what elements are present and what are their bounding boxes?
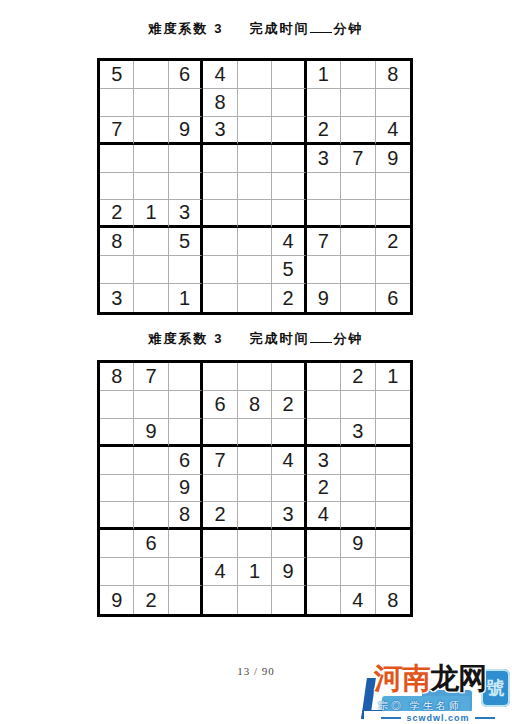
puzzle2-title: 难度系数 3完成时间分钟 bbox=[0, 330, 512, 348]
p1-cell-r1c2 bbox=[134, 61, 168, 89]
p1-cell-r9c8 bbox=[341, 284, 375, 312]
p1-cell-r3c2 bbox=[134, 117, 168, 145]
p1-cell-r2c7 bbox=[307, 89, 341, 117]
p2-cell-r3c2: 9 bbox=[134, 419, 168, 447]
p1-cell-r4c4 bbox=[203, 145, 237, 173]
p2-cell-r8c1 bbox=[100, 558, 134, 586]
p1-cell-r4c1 bbox=[100, 145, 134, 173]
p1-cell-r1c4: 4 bbox=[203, 61, 237, 89]
p1-cell-r6c1: 2 bbox=[100, 200, 134, 228]
p2-cell-r6c5 bbox=[238, 502, 272, 530]
p1-cell-r2c9 bbox=[376, 89, 410, 117]
p2-cell-r4c5 bbox=[238, 447, 272, 475]
p2-cell-r9c7 bbox=[307, 586, 341, 614]
p2-cell-r2c1 bbox=[100, 391, 134, 419]
p1-cell-r9c3: 1 bbox=[169, 284, 203, 312]
p1-cell-r7c6: 4 bbox=[272, 228, 306, 256]
p1-cell-r1c3: 6 bbox=[169, 61, 203, 89]
p1-cell-r9c4 bbox=[203, 284, 237, 312]
p1-cell-r4c5 bbox=[238, 145, 272, 173]
p2-cell-r9c5 bbox=[238, 586, 272, 614]
p2-cell-r3c4 bbox=[203, 419, 237, 447]
p1-cell-r5c9 bbox=[376, 173, 410, 201]
sudoku-grid-1: 5641887932437921385472531296 bbox=[97, 58, 413, 315]
p2-cell-r2c9 bbox=[376, 391, 410, 419]
p1-cell-r8c1 bbox=[100, 256, 134, 284]
minutes-label-2: 分钟 bbox=[333, 331, 363, 346]
worksheet-page: 难度系数 3完成时间分钟 564188793243792138547253129… bbox=[0, 0, 512, 724]
p1-cell-r1c1: 5 bbox=[100, 61, 134, 89]
p2-cell-r8c4: 4 bbox=[203, 558, 237, 586]
p2-cell-r3c6 bbox=[272, 419, 306, 447]
minutes-label-1: 分钟 bbox=[333, 21, 363, 36]
p1-cell-r9c1: 3 bbox=[100, 284, 134, 312]
p1-cell-r3c9: 4 bbox=[376, 117, 410, 145]
p2-cell-r3c5 bbox=[238, 419, 272, 447]
p1-cell-r9c9: 6 bbox=[376, 284, 410, 312]
p1-cell-r8c9 bbox=[376, 256, 410, 284]
p2-cell-r8c7 bbox=[307, 558, 341, 586]
p1-cell-r3c5 bbox=[238, 117, 272, 145]
p2-cell-r1c2: 7 bbox=[134, 363, 168, 391]
p2-cell-r1c9: 1 bbox=[376, 363, 410, 391]
p2-cell-r7c4 bbox=[203, 530, 237, 558]
p2-cell-r2c5: 8 bbox=[238, 391, 272, 419]
p2-cell-r2c6: 2 bbox=[272, 391, 306, 419]
p2-cell-r1c5 bbox=[238, 363, 272, 391]
p1-cell-r8c3 bbox=[169, 256, 203, 284]
p1-cell-r2c6 bbox=[272, 89, 306, 117]
p1-cell-r5c3 bbox=[169, 173, 203, 201]
p2-cell-r8c6: 9 bbox=[272, 558, 306, 586]
p1-cell-r4c2 bbox=[134, 145, 168, 173]
p2-cell-r3c8: 3 bbox=[341, 419, 375, 447]
p1-cell-r7c9: 2 bbox=[376, 228, 410, 256]
time-label-2: 完成时间 bbox=[249, 331, 309, 346]
p1-cell-r5c1 bbox=[100, 173, 134, 201]
p1-cell-r7c7: 7 bbox=[307, 228, 341, 256]
p1-cell-r1c6 bbox=[272, 61, 306, 89]
p1-cell-r5c2 bbox=[134, 173, 168, 201]
p2-cell-r2c7 bbox=[307, 391, 341, 419]
p1-cell-r4c9: 9 bbox=[376, 145, 410, 173]
p2-cell-r5c6 bbox=[272, 475, 306, 503]
p2-cell-r5c8 bbox=[341, 475, 375, 503]
dash-line bbox=[381, 717, 401, 719]
p1-cell-r9c5 bbox=[238, 284, 272, 312]
p2-cell-r4c1 bbox=[100, 447, 134, 475]
p2-cell-r3c3 bbox=[169, 419, 203, 447]
p2-cell-r9c1: 9 bbox=[100, 586, 134, 614]
dash-line bbox=[475, 717, 495, 719]
p2-cell-r3c1 bbox=[100, 419, 134, 447]
p2-cell-r5c3: 9 bbox=[169, 475, 203, 503]
p2-cell-r9c4 bbox=[203, 586, 237, 614]
p1-cell-r8c8 bbox=[341, 256, 375, 284]
p1-cell-r2c3 bbox=[169, 89, 203, 117]
p1-cell-r8c5 bbox=[238, 256, 272, 284]
p1-cell-r6c6 bbox=[272, 200, 306, 228]
p2-cell-r8c8 bbox=[341, 558, 375, 586]
p2-cell-r6c4: 2 bbox=[203, 502, 237, 530]
p1-cell-r4c7: 3 bbox=[307, 145, 341, 173]
p2-cell-r1c1: 8 bbox=[100, 363, 134, 391]
p1-cell-r6c8 bbox=[341, 200, 375, 228]
p2-cell-r5c7: 2 bbox=[307, 475, 341, 503]
p2-cell-r7c7 bbox=[307, 530, 341, 558]
p1-cell-r8c4 bbox=[203, 256, 237, 284]
p1-cell-r1c9: 8 bbox=[376, 61, 410, 89]
time-label-1: 完成时间 bbox=[249, 21, 309, 36]
p1-cell-r4c8: 7 bbox=[341, 145, 375, 173]
p1-cell-r2c2 bbox=[134, 89, 168, 117]
p1-cell-r8c2 bbox=[134, 256, 168, 284]
watermark-brand-secondary: 龙网 bbox=[430, 662, 486, 694]
p2-cell-r6c7: 4 bbox=[307, 502, 341, 530]
p2-cell-r8c2 bbox=[134, 558, 168, 586]
p1-cell-r2c1 bbox=[100, 89, 134, 117]
p2-cell-r6c1 bbox=[100, 502, 134, 530]
p2-cell-r1c4 bbox=[203, 363, 237, 391]
p2-cell-r3c9 bbox=[376, 419, 410, 447]
p2-cell-r4c2 bbox=[134, 447, 168, 475]
p1-cell-r8c7 bbox=[307, 256, 341, 284]
p1-cell-r3c1: 7 bbox=[100, 117, 134, 145]
p2-cell-r7c5 bbox=[238, 530, 272, 558]
p1-cell-r6c9 bbox=[376, 200, 410, 228]
p1-cell-r9c6: 2 bbox=[272, 284, 306, 312]
p2-cell-r7c8: 9 bbox=[341, 530, 375, 558]
puzzle1-title: 难度系数 3完成时间分钟 bbox=[0, 20, 512, 38]
p2-cell-r5c9 bbox=[376, 475, 410, 503]
p1-cell-r3c7: 2 bbox=[307, 117, 341, 145]
p2-cell-r4c3: 6 bbox=[169, 447, 203, 475]
p2-cell-r5c5 bbox=[238, 475, 272, 503]
p2-cell-r1c6 bbox=[272, 363, 306, 391]
p1-cell-r5c4 bbox=[203, 173, 237, 201]
p1-cell-r6c3: 3 bbox=[169, 200, 203, 228]
p1-cell-r6c5 bbox=[238, 200, 272, 228]
p1-cell-r4c3 bbox=[169, 145, 203, 173]
p2-cell-r5c1 bbox=[100, 475, 134, 503]
p2-cell-r2c3 bbox=[169, 391, 203, 419]
p1-cell-r2c5 bbox=[238, 89, 272, 117]
p1-cell-r3c6 bbox=[272, 117, 306, 145]
p1-cell-r6c4 bbox=[203, 200, 237, 228]
sudoku-grid-2: 8721682936743928234694199248 bbox=[97, 360, 413, 617]
p2-cell-r4c6: 4 bbox=[272, 447, 306, 475]
p2-cell-r2c2 bbox=[134, 391, 168, 419]
p2-cell-r2c8 bbox=[341, 391, 375, 419]
p2-cell-r9c3 bbox=[169, 586, 203, 614]
p2-cell-r4c4: 7 bbox=[203, 447, 237, 475]
p2-cell-r7c9 bbox=[376, 530, 410, 558]
p1-cell-r3c3: 9 bbox=[169, 117, 203, 145]
p1-cell-r1c7: 1 bbox=[307, 61, 341, 89]
p2-cell-r7c2: 6 bbox=[134, 530, 168, 558]
p2-cell-r5c2 bbox=[134, 475, 168, 503]
p2-cell-r7c1 bbox=[100, 530, 134, 558]
p2-cell-r3c7 bbox=[307, 419, 341, 447]
p1-cell-r1c8 bbox=[341, 61, 375, 89]
difficulty-label-1: 难度系数 3 bbox=[149, 21, 224, 36]
p2-cell-r9c8: 4 bbox=[341, 586, 375, 614]
p2-cell-r6c2 bbox=[134, 502, 168, 530]
p2-cell-r9c9: 8 bbox=[376, 586, 410, 614]
p1-cell-r5c7 bbox=[307, 173, 341, 201]
watermark-brand-primary: 河南 bbox=[374, 662, 430, 694]
p2-cell-r8c9 bbox=[376, 558, 410, 586]
time-blank-line-2 bbox=[310, 331, 332, 343]
p2-cell-r1c7 bbox=[307, 363, 341, 391]
p1-cell-r5c6 bbox=[272, 173, 306, 201]
watermark-site-url: scwdwl.com bbox=[406, 713, 469, 723]
p2-cell-r7c6 bbox=[272, 530, 306, 558]
p1-cell-r5c8 bbox=[341, 173, 375, 201]
p1-cell-r7c8 bbox=[341, 228, 375, 256]
p1-cell-r7c5 bbox=[238, 228, 272, 256]
time-blank-line-1 bbox=[310, 21, 332, 33]
p1-cell-r9c7: 9 bbox=[307, 284, 341, 312]
p2-cell-r9c2: 2 bbox=[134, 586, 168, 614]
p1-cell-r8c6: 5 bbox=[272, 256, 306, 284]
p1-cell-r3c8 bbox=[341, 117, 375, 145]
p2-cell-r8c3 bbox=[169, 558, 203, 586]
p2-cell-r2c4: 6 bbox=[203, 391, 237, 419]
p2-cell-r7c3 bbox=[169, 530, 203, 558]
watermark-site-band: scwdwl.com bbox=[364, 711, 512, 724]
p1-cell-r9c2 bbox=[134, 284, 168, 312]
watermark: 河南龙网 號 宗◎ 学生名师 scwdwl.com bbox=[364, 662, 512, 724]
p2-cell-r4c8 bbox=[341, 447, 375, 475]
p2-cell-r1c3 bbox=[169, 363, 203, 391]
p2-cell-r9c6 bbox=[272, 586, 306, 614]
p1-cell-r2c8 bbox=[341, 89, 375, 117]
p2-cell-r1c8: 2 bbox=[341, 363, 375, 391]
p2-cell-r6c9 bbox=[376, 502, 410, 530]
p2-cell-r5c4 bbox=[203, 475, 237, 503]
p1-cell-r6c7 bbox=[307, 200, 341, 228]
p2-cell-r8c5: 1 bbox=[238, 558, 272, 586]
p1-cell-r7c4 bbox=[203, 228, 237, 256]
p1-cell-r4c6 bbox=[272, 145, 306, 173]
p1-cell-r7c1: 8 bbox=[100, 228, 134, 256]
p1-cell-r2c4: 8 bbox=[203, 89, 237, 117]
p2-cell-r4c9 bbox=[376, 447, 410, 475]
p1-cell-r7c3: 5 bbox=[169, 228, 203, 256]
p1-cell-r5c5 bbox=[238, 173, 272, 201]
watermark-brand: 河南龙网 bbox=[374, 662, 486, 695]
p2-cell-r6c8 bbox=[341, 502, 375, 530]
p2-cell-r6c3: 8 bbox=[169, 502, 203, 530]
p2-cell-r4c7: 3 bbox=[307, 447, 341, 475]
p1-cell-r7c2 bbox=[134, 228, 168, 256]
p2-cell-r6c6: 3 bbox=[272, 502, 306, 530]
difficulty-label-2: 难度系数 3 bbox=[149, 331, 224, 346]
p1-cell-r3c4: 3 bbox=[203, 117, 237, 145]
p1-cell-r1c5 bbox=[238, 61, 272, 89]
p1-cell-r6c2: 1 bbox=[134, 200, 168, 228]
